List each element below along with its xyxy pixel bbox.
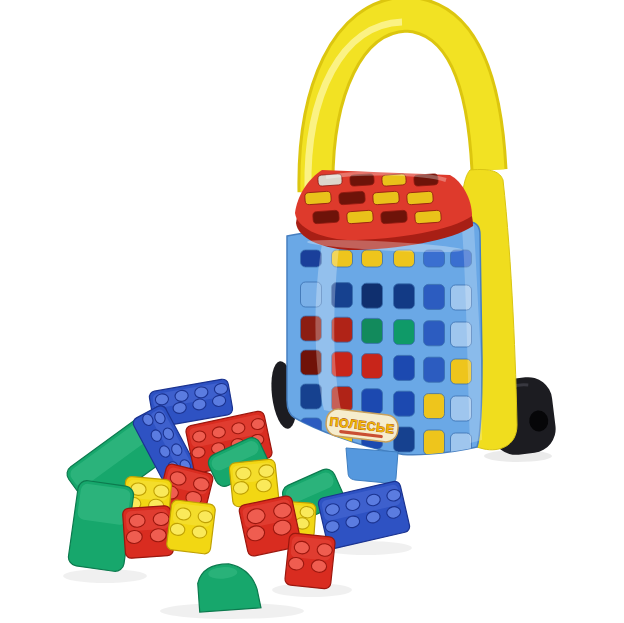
- lid-hole: [373, 191, 400, 205]
- basket-hole: [424, 357, 445, 382]
- basket-hole: [394, 320, 415, 345]
- brick-stud: [126, 530, 143, 544]
- basket-hole: [424, 430, 445, 455]
- basket-hole: [394, 250, 415, 267]
- basket-hole: [332, 317, 353, 342]
- lid-hole: [381, 210, 408, 224]
- basket-hole: [394, 391, 415, 416]
- basket-hole: [301, 250, 322, 267]
- green-arch-bottom: [197, 562, 261, 612]
- brick-stud: [129, 514, 146, 528]
- lid-hole: [339, 191, 366, 205]
- scene: ПОЛЕСЬЕ: [0, 0, 624, 623]
- brick-stud: [300, 506, 315, 518]
- brick-stud: [150, 528, 167, 542]
- lid-hole: [415, 210, 442, 224]
- basket-hole: [362, 250, 383, 267]
- lid-hole: [305, 191, 332, 205]
- yellow-brick-bottom-mid: [166, 500, 216, 555]
- basket-hole: [362, 318, 383, 343]
- basket-hole: [394, 284, 415, 309]
- basket-hole: [394, 355, 415, 380]
- product-photo: ПОЛЕСЬЕ: [0, 0, 624, 623]
- front-leg: [346, 448, 398, 483]
- basket-hole: [362, 354, 383, 379]
- lid-hole: [347, 210, 374, 224]
- basket-hole: [424, 284, 445, 309]
- ground-shadow: [63, 569, 147, 583]
- trolley: ПОЛЕСЬЕ: [268, 14, 558, 483]
- basket-hole: [451, 396, 472, 421]
- basket-hole: [362, 389, 383, 414]
- red-brick-bottom-right: [284, 533, 335, 590]
- basket-hole: [424, 394, 445, 419]
- lid-hole: [313, 210, 340, 224]
- red-brick-bottom-left: [122, 505, 173, 558]
- basket-hole: [424, 321, 445, 346]
- lid-holes: [305, 174, 442, 224]
- lid-hole: [407, 191, 434, 205]
- basket-hole: [424, 250, 445, 267]
- brick-stud: [153, 512, 170, 526]
- basket-hole: [451, 433, 472, 458]
- basket-hole: [362, 283, 383, 308]
- basket-hole: [301, 418, 322, 443]
- basket-hole: [301, 384, 322, 409]
